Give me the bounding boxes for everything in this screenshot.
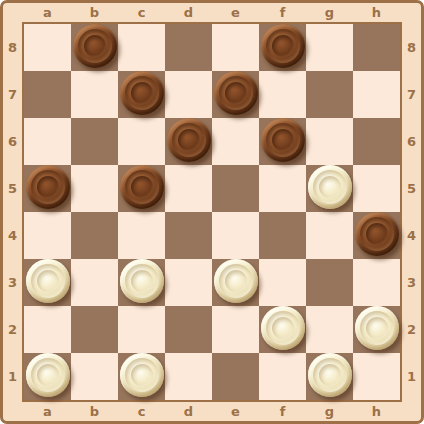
file-label-top-c: c (118, 3, 165, 22)
square-c7[interactable] (118, 71, 165, 118)
file-label-top-g: g (306, 3, 353, 22)
rank-label-left-8: 8 (3, 24, 22, 71)
square-d5[interactable] (165, 165, 212, 212)
square-b8[interactable] (71, 24, 118, 71)
square-a1[interactable] (24, 353, 71, 400)
square-f7[interactable] (259, 71, 306, 118)
square-g7[interactable] (306, 71, 353, 118)
file-label-bottom-c: c (118, 402, 165, 421)
file-label-top-b: b (71, 3, 118, 22)
black-man-h4[interactable] (355, 212, 399, 256)
square-h5[interactable] (353, 165, 400, 212)
square-h2[interactable] (353, 306, 400, 353)
square-h3[interactable] (353, 259, 400, 306)
square-b7[interactable] (71, 71, 118, 118)
rank-label-left-7: 7 (3, 71, 22, 118)
white-man-g5[interactable] (308, 165, 352, 209)
square-c2[interactable] (118, 306, 165, 353)
rank-label-right-5: 5 (402, 165, 421, 212)
square-f1[interactable] (259, 353, 306, 400)
file-label-top-d: d (165, 3, 212, 22)
file-label-bottom-d: d (165, 402, 212, 421)
white-man-e3[interactable] (214, 259, 258, 303)
file-label-top-a: a (24, 3, 71, 22)
square-c6[interactable] (118, 118, 165, 165)
white-man-h2[interactable] (355, 306, 399, 350)
square-d6[interactable] (165, 118, 212, 165)
rank-label-left-3: 3 (3, 259, 22, 306)
square-a4[interactable] (24, 212, 71, 259)
checkers-board-frame: abcdefgh abcdefgh 87654321 87654321 (0, 0, 424, 424)
square-e4[interactable] (212, 212, 259, 259)
square-f3[interactable] (259, 259, 306, 306)
square-g6[interactable] (306, 118, 353, 165)
rank-label-right-6: 6 (402, 118, 421, 165)
rank-label-right-2: 2 (402, 306, 421, 353)
square-d1[interactable] (165, 353, 212, 400)
rank-label-left-5: 5 (3, 165, 22, 212)
file-label-bottom-h: h (353, 402, 400, 421)
white-man-a1[interactable] (26, 353, 70, 397)
square-f6[interactable] (259, 118, 306, 165)
square-a2[interactable] (24, 306, 71, 353)
square-h7[interactable] (353, 71, 400, 118)
square-g3[interactable] (306, 259, 353, 306)
square-a3[interactable] (24, 259, 71, 306)
square-f8[interactable] (259, 24, 306, 71)
rank-label-left-2: 2 (3, 306, 22, 353)
white-man-f2[interactable] (261, 306, 305, 350)
square-b2[interactable] (71, 306, 118, 353)
black-man-f8[interactable] (261, 24, 305, 68)
black-man-c7[interactable] (120, 71, 164, 115)
square-h6[interactable] (353, 118, 400, 165)
rank-label-right-1: 1 (402, 353, 421, 400)
square-b1[interactable] (71, 353, 118, 400)
black-man-a5[interactable] (26, 165, 70, 209)
square-g8[interactable] (306, 24, 353, 71)
square-c1[interactable] (118, 353, 165, 400)
ranks-right: 87654321 (402, 24, 421, 400)
square-e1[interactable] (212, 353, 259, 400)
board (22, 22, 402, 402)
file-label-bottom-a: a (24, 402, 71, 421)
rank-label-right-7: 7 (402, 71, 421, 118)
square-f4[interactable] (259, 212, 306, 259)
black-man-b8[interactable] (73, 24, 117, 68)
file-label-bottom-b: b (71, 402, 118, 421)
square-d3[interactable] (165, 259, 212, 306)
square-b3[interactable] (71, 259, 118, 306)
square-b5[interactable] (71, 165, 118, 212)
rank-label-left-4: 4 (3, 212, 22, 259)
square-e6[interactable] (212, 118, 259, 165)
file-label-top-h: h (353, 3, 400, 22)
rank-label-right-3: 3 (402, 259, 421, 306)
files-top: abcdefgh (24, 3, 400, 22)
square-e3[interactable] (212, 259, 259, 306)
square-e7[interactable] (212, 71, 259, 118)
square-d8[interactable] (165, 24, 212, 71)
black-man-f6[interactable] (261, 118, 305, 162)
square-d7[interactable] (165, 71, 212, 118)
square-f5[interactable] (259, 165, 306, 212)
square-c4[interactable] (118, 212, 165, 259)
rank-label-right-4: 4 (402, 212, 421, 259)
rank-label-left-1: 1 (3, 353, 22, 400)
square-g2[interactable] (306, 306, 353, 353)
square-a7[interactable] (24, 71, 71, 118)
square-e2[interactable] (212, 306, 259, 353)
files-bottom: abcdefgh (24, 402, 400, 421)
square-a5[interactable] (24, 165, 71, 212)
white-man-g1[interactable] (308, 353, 352, 397)
file-label-top-f: f (259, 3, 306, 22)
file-label-top-e: e (212, 3, 259, 22)
black-man-d6[interactable] (167, 118, 211, 162)
square-c3[interactable] (118, 259, 165, 306)
square-h1[interactable] (353, 353, 400, 400)
file-label-bottom-f: f (259, 402, 306, 421)
ranks-left: 87654321 (3, 24, 22, 400)
square-d4[interactable] (165, 212, 212, 259)
square-c5[interactable] (118, 165, 165, 212)
file-label-bottom-g: g (306, 402, 353, 421)
square-c8[interactable] (118, 24, 165, 71)
white-man-c1[interactable] (120, 353, 164, 397)
square-g1[interactable] (306, 353, 353, 400)
black-man-c5[interactable] (120, 165, 164, 209)
square-b4[interactable] (71, 212, 118, 259)
square-f2[interactable] (259, 306, 306, 353)
square-b6[interactable] (71, 118, 118, 165)
square-a8[interactable] (24, 24, 71, 71)
square-h4[interactable] (353, 212, 400, 259)
square-g5[interactable] (306, 165, 353, 212)
square-h8[interactable] (353, 24, 400, 71)
square-d2[interactable] (165, 306, 212, 353)
rank-label-left-6: 6 (3, 118, 22, 165)
white-man-a3[interactable] (26, 259, 70, 303)
square-e5[interactable] (212, 165, 259, 212)
white-man-c3[interactable] (120, 259, 164, 303)
square-g4[interactable] (306, 212, 353, 259)
file-label-bottom-e: e (212, 402, 259, 421)
rank-label-right-8: 8 (402, 24, 421, 71)
square-a6[interactable] (24, 118, 71, 165)
square-e8[interactable] (212, 24, 259, 71)
black-man-e7[interactable] (214, 71, 258, 115)
